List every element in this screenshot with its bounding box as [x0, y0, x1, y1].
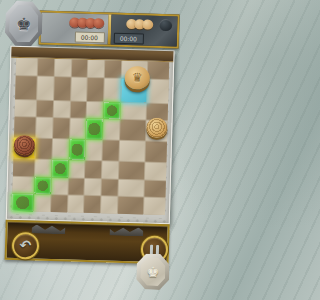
square-r6c4[interactable] [69, 161, 85, 178]
light-man-piece[interactable] [146, 118, 168, 139]
square-r4c4[interactable] [70, 119, 86, 139]
ornament-wing-left-icon [31, 224, 65, 234]
square-r5c3[interactable] [52, 139, 68, 159]
light-player-panel: 00:00 [110, 15, 177, 47]
square-r4c5[interactable] [86, 119, 102, 139]
square-r2c4[interactable] [71, 77, 87, 100]
square-r5c5[interactable] [86, 140, 102, 160]
square-r1c4[interactable] [71, 59, 87, 76]
square-r8c2[interactable] [34, 195, 50, 212]
square-r5c7[interactable] [119, 141, 145, 162]
square-r2c3[interactable] [54, 77, 70, 100]
square-r8c7[interactable] [118, 197, 143, 214]
dark-player-panel: 00:00 [41, 13, 108, 45]
square-r6c7[interactable] [119, 162, 144, 179]
square-r1c3[interactable] [55, 59, 71, 76]
dark-man-piece[interactable] [14, 135, 36, 156]
square-r7c1[interactable] [12, 177, 33, 194]
square-r4c3[interactable] [53, 118, 69, 138]
square-r3c1[interactable] [15, 99, 36, 116]
tan-captured-disc [142, 19, 153, 29]
square-r7c6[interactable] [102, 179, 118, 196]
square-r2c7[interactable]: ♛ [121, 78, 147, 102]
captured-dark-tray [41, 13, 108, 32]
square-r2c1[interactable] [15, 75, 37, 99]
square-r2c5[interactable] [87, 78, 103, 101]
square-r7c5[interactable] [85, 179, 101, 196]
square-r3c2[interactable] [37, 100, 53, 117]
square-r6c8[interactable] [145, 163, 166, 180]
square-r1c2[interactable] [38, 59, 54, 76]
board-frame: ♛ [6, 46, 175, 225]
square-r8c3[interactable] [51, 195, 67, 212]
square-r1c1[interactable] [16, 58, 37, 75]
square-r5c6[interactable] [103, 141, 119, 161]
square-r1c8[interactable] [148, 62, 169, 79]
ornament-wing-right-icon [109, 227, 143, 237]
square-r5c2[interactable] [35, 139, 51, 159]
square-r6c6[interactable] [102, 162, 118, 179]
square-r4c6[interactable] [103, 120, 119, 140]
checkers-board: ♛ [12, 58, 169, 215]
darkslot-captured-disc [159, 18, 172, 30]
light-crown-icon: ♚ [146, 264, 159, 280]
square-r4c8[interactable] [146, 121, 168, 142]
square-r3c5[interactable] [87, 102, 103, 119]
square-r8c6[interactable] [101, 197, 117, 214]
square-r4c7[interactable] [120, 120, 146, 141]
undo-icon: ↶ [19, 237, 31, 253]
square-r8c5[interactable] [84, 196, 100, 213]
square-r6c5[interactable] [85, 161, 101, 178]
square-r8c8[interactable] [144, 198, 165, 215]
light-player-plaque: 00:00 [113, 33, 143, 45]
square-r8c4[interactable] [68, 196, 84, 213]
square-r3c3[interactable] [53, 101, 69, 118]
square-r6c2[interactable] [35, 160, 51, 177]
square-r7c7[interactable] [118, 180, 143, 197]
square-r4c2[interactable] [36, 118, 52, 138]
square-r3c6[interactable] [104, 102, 120, 119]
square-r7c8[interactable] [144, 180, 165, 197]
dark-player-badge: ♚ [5, 1, 43, 47]
square-r1c5[interactable] [88, 60, 104, 77]
light-king-piece[interactable]: ♛ [124, 66, 150, 90]
square-r5c8[interactable] [145, 142, 167, 163]
square-r6c1[interactable] [13, 159, 34, 176]
pause-icon [150, 244, 159, 254]
square-r7c3[interactable] [51, 178, 67, 195]
dark-crown-icon: ♚ [16, 13, 32, 33]
square-r8c1[interactable] [12, 194, 33, 211]
game-scene: 00:00 00:00 ♚ ♛ ↶ ♚ [0, 0, 180, 300]
dark-player-plaque: 00:00 [74, 32, 104, 44]
square-r3c7[interactable] [121, 102, 146, 119]
square-r3c4[interactable] [70, 101, 86, 118]
square-r2c8[interactable] [147, 79, 169, 103]
king-crown-icon: ♛ [132, 71, 143, 83]
square-r5c1[interactable] [13, 138, 35, 159]
square-r7c2[interactable] [34, 177, 50, 194]
square-r1c6[interactable] [105, 60, 121, 77]
square-r6c3[interactable] [52, 160, 68, 177]
square-r5c4[interactable] [69, 140, 85, 160]
copper-captured-disc [93, 18, 104, 28]
square-r7c4[interactable] [68, 178, 84, 195]
captured-light-tray [111, 15, 178, 34]
square-r2c2[interactable] [37, 76, 53, 99]
square-r2c6[interactable] [104, 78, 120, 101]
top-bar: 00:00 00:00 [39, 11, 180, 49]
